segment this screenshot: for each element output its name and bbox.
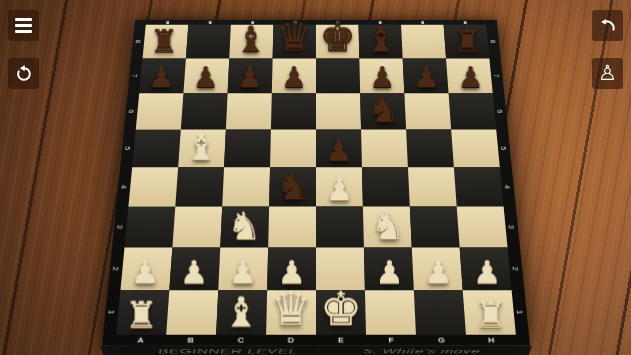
file-label-h: H <box>465 335 516 346</box>
square-e1[interactable]: ♚ <box>316 290 366 335</box>
square-c3[interactable]: ♞ <box>220 207 269 248</box>
piece-black-pawn-d7[interactable]: ♟ <box>271 63 315 92</box>
hamburger-icon <box>15 18 32 33</box>
square-f1[interactable] <box>364 290 415 335</box>
piece-white-pawn-f2[interactable]: ♟ <box>364 256 413 288</box>
square-b1[interactable] <box>166 290 218 335</box>
piece-black-queen-d8[interactable]: ♛ <box>272 16 315 56</box>
piece-white-pawn-g2[interactable]: ♟ <box>413 256 462 288</box>
piece-white-knight-f3[interactable]: ♞ <box>363 207 411 245</box>
redo-icon <box>598 16 618 36</box>
square-f6[interactable]: ♞ <box>360 93 406 129</box>
square-c5[interactable] <box>224 130 271 168</box>
square-a3[interactable] <box>124 207 175 248</box>
square-h3[interactable] <box>456 207 507 248</box>
square-b8[interactable] <box>185 25 230 59</box>
file-label-c: C <box>215 335 265 346</box>
piece-white-pawn-b2[interactable]: ♟ <box>169 256 218 288</box>
file-label-f: F <box>365 335 415 346</box>
square-g7[interactable]: ♟ <box>402 58 448 93</box>
rank-label-7: 7 <box>112 71 157 80</box>
square-f5[interactable] <box>361 130 408 168</box>
square-c8[interactable]: ♝ <box>229 25 273 59</box>
rank-label-5: 5 <box>104 143 150 153</box>
square-g3[interactable] <box>409 207 459 248</box>
square-c6[interactable] <box>225 93 271 129</box>
square-g1[interactable] <box>413 290 465 335</box>
undo-icon <box>14 64 34 84</box>
piece-white-rook-a1[interactable]: ♜ <box>116 296 166 333</box>
piece-black-pawn-e5[interactable]: ♟ <box>316 136 362 166</box>
square-f4[interactable] <box>361 167 409 206</box>
square-h2[interactable]: ♟ <box>459 248 511 291</box>
piece-white-rook-h1[interactable]: ♜ <box>465 296 515 333</box>
chess-board-grid: ♜♝♛♚♝♜♟♟♟♟♟♟♟♞♝♟♞♟♞♞♟♟♟♟♟♟♟♜♝♛♚♜ <box>116 25 516 335</box>
square-h4[interactable] <box>453 167 503 206</box>
piece-white-king-e1[interactable]: ♚ <box>316 286 366 333</box>
file-label-a: A <box>115 335 166 346</box>
square-d1[interactable]: ♛ <box>266 290 316 335</box>
board-frame: 87654321 87654321 ♜♝♛♚♝♜♟♟♟♟♟♟♟♞♝♟♞♟♞♞♟♟… <box>102 20 530 346</box>
piece-black-pawn-c7[interactable]: ♟ <box>227 63 271 92</box>
square-b2[interactable]: ♟ <box>169 248 220 291</box>
rank-label-6: 6 <box>108 107 154 116</box>
square-g6[interactable] <box>404 93 451 129</box>
file-label-d: D <box>265 335 315 346</box>
board-front-face: BEGINNER LEVEL 5. White's move <box>99 346 531 355</box>
piece-black-pawn-b7[interactable]: ♟ <box>183 63 227 92</box>
file-label-g: G <box>415 335 466 346</box>
piece-black-bishop-c8[interactable]: ♝ <box>229 21 272 57</box>
square-b3[interactable] <box>172 207 222 248</box>
square-e3[interactable] <box>316 207 364 248</box>
square-a4[interactable] <box>128 167 178 206</box>
file-label-e: E <box>316 335 366 346</box>
piece-white-bishop-b5[interactable]: ♝ <box>178 128 224 166</box>
rank-label-8: 8 <box>471 37 515 46</box>
square-e7[interactable] <box>316 58 360 93</box>
pawn-icon: ♙ <box>598 63 617 84</box>
square-f3[interactable]: ♞ <box>362 207 411 248</box>
square-g2[interactable]: ♟ <box>411 248 462 291</box>
undo-button[interactable] <box>8 58 39 89</box>
square-e6[interactable] <box>316 93 361 129</box>
level-label: BEGINNER LEVEL <box>157 347 298 354</box>
square-d3[interactable] <box>268 207 316 248</box>
square-g4[interactable] <box>407 167 456 206</box>
square-c1[interactable]: ♝ <box>216 290 267 335</box>
piece-black-pawn-g7[interactable]: ♟ <box>404 63 448 92</box>
square-g5[interactable] <box>406 130 454 168</box>
piece-white-pawn-h2[interactable]: ♟ <box>462 256 511 288</box>
piece-black-pawn-f7[interactable]: ♟ <box>360 63 404 92</box>
square-c2[interactable]: ♟ <box>218 248 268 291</box>
square-d5[interactable] <box>270 130 316 168</box>
piece-black-bishop-f8[interactable]: ♝ <box>359 21 402 57</box>
square-d7[interactable]: ♟ <box>271 58 315 93</box>
square-a1[interactable]: ♜ <box>116 290 169 335</box>
player-pawn-button[interactable]: ♙ <box>592 58 623 89</box>
square-d4[interactable]: ♞ <box>269 167 316 206</box>
square-h1[interactable]: ♜ <box>462 290 515 335</box>
square-g8[interactable] <box>401 25 446 59</box>
square-d8[interactable]: ♛ <box>272 25 315 59</box>
menu-button[interactable] <box>8 10 39 41</box>
piece-white-pawn-a2[interactable]: ♟ <box>120 256 169 288</box>
rank-label-6: 6 <box>477 107 523 116</box>
piece-white-pawn-e4[interactable]: ♟ <box>316 174 363 205</box>
square-c7[interactable]: ♟ <box>227 58 272 93</box>
rank-label-7: 7 <box>474 71 519 80</box>
square-b7[interactable]: ♟ <box>183 58 229 93</box>
square-a2[interactable]: ♟ <box>120 248 172 291</box>
piece-white-bishop-c1[interactable]: ♝ <box>216 291 266 332</box>
piece-black-knight-f6[interactable]: ♞ <box>361 92 406 128</box>
chess-app-screen: 87654321 87654321 ♜♝♛♚♝♜♟♟♟♟♟♟♟♞♝♟♞♟♞♞♟♟… <box>0 0 631 355</box>
redo-button[interactable] <box>592 10 623 41</box>
file-labels-bottom: ABCDEFGH <box>115 335 517 346</box>
move-status: 5. White's move <box>363 347 481 354</box>
piece-white-queen-d1[interactable]: ♛ <box>266 286 316 333</box>
piece-white-knight-c3[interactable]: ♞ <box>220 207 268 245</box>
square-e5[interactable]: ♟ <box>316 130 362 168</box>
piece-black-king-e8[interactable]: ♚ <box>316 16 359 56</box>
board-scene: 87654321 87654321 ♜♝♛♚♝♜♟♟♟♟♟♟♟♞♝♟♞♟♞♞♟♟… <box>0 0 631 355</box>
square-d6[interactable] <box>270 93 315 129</box>
square-b5[interactable]: ♝ <box>178 130 226 168</box>
piece-black-knight-d4[interactable]: ♞ <box>269 167 316 205</box>
file-label-b: B <box>165 335 216 346</box>
square-f8[interactable]: ♝ <box>358 25 402 59</box>
square-e4[interactable]: ♟ <box>316 167 363 206</box>
piece-white-pawn-c2[interactable]: ♟ <box>218 256 267 288</box>
square-e8[interactable]: ♚ <box>316 25 359 59</box>
rank-label-8: 8 <box>116 37 160 46</box>
square-f2[interactable]: ♟ <box>363 248 413 291</box>
rank-label-5: 5 <box>480 143 526 153</box>
square-b4[interactable] <box>175 167 224 206</box>
square-c4[interactable] <box>222 167 270 206</box>
board-slab: 87654321 87654321 ♜♝♛♚♝♜♟♟♟♟♟♟♟♞♝♟♞♟♞♞♟♟… <box>102 20 530 346</box>
